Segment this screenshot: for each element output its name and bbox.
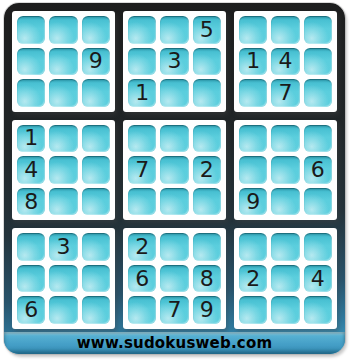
cell-r1c5[interactable] xyxy=(160,16,188,44)
box-5: 72 xyxy=(123,120,226,221)
cell-r5c4[interactable]: 7 xyxy=(128,156,156,184)
box-8: 26879 xyxy=(123,228,226,329)
cell-r7c7[interactable] xyxy=(239,233,267,261)
cell-r8c4[interactable]: 6 xyxy=(128,265,156,293)
cell-r1c3[interactable] xyxy=(82,16,110,44)
box-7: 36 xyxy=(12,228,115,329)
cell-r3c3[interactable] xyxy=(82,79,110,107)
cell-r6c5[interactable] xyxy=(160,188,188,216)
box-3: 147 xyxy=(234,11,337,112)
cell-r6c4[interactable] xyxy=(128,188,156,216)
cell-r8c8[interactable] xyxy=(271,265,299,293)
cell-r4c2[interactable] xyxy=(49,125,77,153)
cell-r1c2[interactable] xyxy=(49,16,77,44)
cell-r1c9[interactable] xyxy=(304,16,332,44)
cell-r7c3[interactable] xyxy=(82,233,110,261)
cell-r2c8[interactable]: 4 xyxy=(271,48,299,76)
cell-r5c1[interactable]: 4 xyxy=(17,156,45,184)
cell-r8c6[interactable]: 8 xyxy=(193,265,221,293)
box-6: 69 xyxy=(234,120,337,221)
sudoku-board: 9 531 147 148 72 69 36 26879 24 xyxy=(12,11,337,329)
cell-r3c9[interactable] xyxy=(304,79,332,107)
cell-r4c5[interactable] xyxy=(160,125,188,153)
cell-r2c1[interactable] xyxy=(17,48,45,76)
cell-r9c1[interactable]: 6 xyxy=(17,296,45,324)
box-9: 24 xyxy=(234,228,337,329)
cell-r3c4[interactable]: 1 xyxy=(128,79,156,107)
cell-r7c8[interactable] xyxy=(271,233,299,261)
cell-r6c2[interactable] xyxy=(49,188,77,216)
cell-r9c4[interactable] xyxy=(128,296,156,324)
cell-r2c9[interactable] xyxy=(304,48,332,76)
cell-r2c6[interactable] xyxy=(193,48,221,76)
cell-r8c5[interactable] xyxy=(160,265,188,293)
cell-r8c9[interactable]: 4 xyxy=(304,265,332,293)
box-4: 148 xyxy=(12,120,115,221)
cell-r8c7[interactable]: 2 xyxy=(239,265,267,293)
cell-r7c9[interactable] xyxy=(304,233,332,261)
cell-r9c3[interactable] xyxy=(82,296,110,324)
cell-r1c6[interactable]: 5 xyxy=(193,16,221,44)
cell-r5c3[interactable] xyxy=(82,156,110,184)
box-2: 531 xyxy=(123,11,226,112)
cell-r7c6[interactable] xyxy=(193,233,221,261)
cell-r9c9[interactable] xyxy=(304,296,332,324)
cell-r4c6[interactable] xyxy=(193,125,221,153)
cell-r3c5[interactable] xyxy=(160,79,188,107)
cell-r6c3[interactable] xyxy=(82,188,110,216)
cell-r1c8[interactable] xyxy=(271,16,299,44)
cell-r4c9[interactable] xyxy=(304,125,332,153)
cell-r6c6[interactable] xyxy=(193,188,221,216)
cell-r8c3[interactable] xyxy=(82,265,110,293)
cell-r2c5[interactable]: 3 xyxy=(160,48,188,76)
cell-r6c7[interactable]: 9 xyxy=(239,188,267,216)
cell-r3c1[interactable] xyxy=(17,79,45,107)
cell-r7c5[interactable] xyxy=(160,233,188,261)
cell-r3c7[interactable] xyxy=(239,79,267,107)
cell-r9c8[interactable] xyxy=(271,296,299,324)
cell-r7c4[interactable]: 2 xyxy=(128,233,156,261)
cell-r1c1[interactable] xyxy=(17,16,45,44)
cell-r5c6[interactable]: 2 xyxy=(193,156,221,184)
cell-r4c7[interactable] xyxy=(239,125,267,153)
cell-r9c7[interactable] xyxy=(239,296,267,324)
cell-r7c2[interactable]: 3 xyxy=(49,233,77,261)
cell-r3c8[interactable]: 7 xyxy=(271,79,299,107)
cell-r9c5[interactable]: 7 xyxy=(160,296,188,324)
cell-r2c7[interactable]: 1 xyxy=(239,48,267,76)
cell-r8c2[interactable] xyxy=(49,265,77,293)
cell-r4c3[interactable] xyxy=(82,125,110,153)
cell-r5c5[interactable] xyxy=(160,156,188,184)
cell-r2c4[interactable] xyxy=(128,48,156,76)
cell-r4c1[interactable]: 1 xyxy=(17,125,45,153)
cell-r8c1[interactable] xyxy=(17,265,45,293)
site-url: www.sudokusweb.com xyxy=(77,334,272,352)
cell-r3c2[interactable] xyxy=(49,79,77,107)
cell-r6c9[interactable] xyxy=(304,188,332,216)
cell-r1c4[interactable] xyxy=(128,16,156,44)
cell-r4c4[interactable] xyxy=(128,125,156,153)
sudoku-frame: 9 531 147 148 72 69 36 26879 24 www.sudo… xyxy=(4,3,345,354)
cell-r7c1[interactable] xyxy=(17,233,45,261)
cell-r6c8[interactable] xyxy=(271,188,299,216)
cell-r5c9[interactable]: 6 xyxy=(304,156,332,184)
cell-r5c8[interactable] xyxy=(271,156,299,184)
cell-r6c1[interactable]: 8 xyxy=(17,188,45,216)
cell-r5c7[interactable] xyxy=(239,156,267,184)
cell-r2c2[interactable] xyxy=(49,48,77,76)
cell-r1c7[interactable] xyxy=(239,16,267,44)
cell-r2c3[interactable]: 9 xyxy=(82,48,110,76)
cell-r9c6[interactable]: 9 xyxy=(193,296,221,324)
cell-r4c8[interactable] xyxy=(271,125,299,153)
cell-r9c2[interactable] xyxy=(49,296,77,324)
footer-bar: www.sudokusweb.com xyxy=(4,332,345,354)
cell-r3c6[interactable] xyxy=(193,79,221,107)
box-1: 9 xyxy=(12,11,115,112)
cell-r5c2[interactable] xyxy=(49,156,77,184)
